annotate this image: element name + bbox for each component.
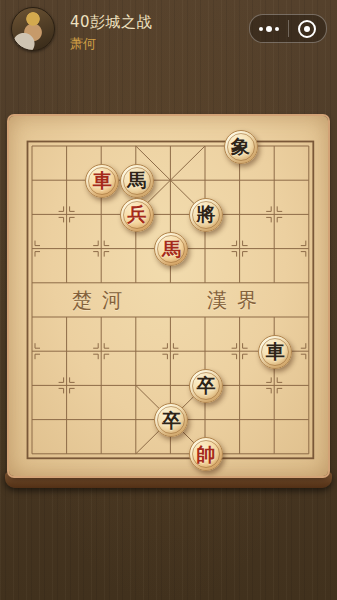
piece-character: 車 xyxy=(266,342,285,361)
piece-character: 將 xyxy=(197,205,216,224)
piece-black-車[interactable]: 車 xyxy=(258,335,292,369)
more-button[interactable] xyxy=(250,15,288,42)
header: 40彭城之战 萧何 xyxy=(0,0,337,60)
piece-red-車[interactable]: 車 xyxy=(85,164,119,198)
piece-character: 象 xyxy=(231,137,250,156)
circle-in-ring-icon xyxy=(298,20,316,38)
piece-character: 卒 xyxy=(162,411,181,430)
river-label-right: 漢界 xyxy=(207,287,267,314)
bottom-toolbar: 锦 15 求助 0步 xyxy=(0,525,337,600)
piece-character: 馬 xyxy=(162,240,181,259)
level-avatar xyxy=(11,7,55,51)
piece-character: 兵 xyxy=(127,205,146,224)
piece-character: 車 xyxy=(93,171,112,190)
xiangqi-board[interactable]: 楚河 漢界 象車馬兵將馬車卒卒帥 xyxy=(9,116,328,476)
piece-character: 卒 xyxy=(197,376,216,395)
piece-black-卒[interactable]: 卒 xyxy=(189,369,223,403)
piece-black-馬[interactable]: 馬 xyxy=(120,164,154,198)
level-title: 40彭城之战 xyxy=(70,13,152,32)
level-subtitle: 萧何 xyxy=(70,35,96,53)
three-dots-icon xyxy=(259,26,279,32)
river-label-left: 楚河 xyxy=(72,287,132,314)
piece-black-將[interactable]: 將 xyxy=(189,198,223,232)
piece-red-兵[interactable]: 兵 xyxy=(120,198,154,232)
piece-black-象[interactable]: 象 xyxy=(224,130,258,164)
exit-button[interactable] xyxy=(289,15,327,42)
piece-character: 帥 xyxy=(197,445,216,464)
wechat-capsule xyxy=(249,14,327,43)
piece-character: 馬 xyxy=(127,171,146,190)
